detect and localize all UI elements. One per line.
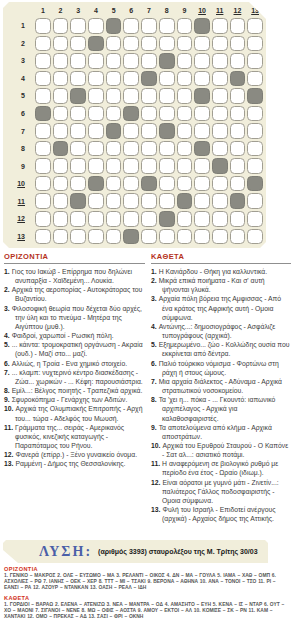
grid-cell[interactable] — [247, 53, 263, 69]
grid-cell[interactable] — [141, 211, 157, 227]
grid-cell[interactable] — [247, 193, 263, 209]
grid-cell[interactable] — [141, 36, 157, 52]
grid-cell[interactable] — [53, 229, 69, 245]
grid-cell[interactable] — [123, 123, 139, 139]
grid-cell[interactable] — [70, 123, 86, 139]
clue-text: Γράμματα της... σειράς - Αμερικανός φυσι… — [15, 424, 124, 449]
grid-cell[interactable] — [194, 123, 210, 139]
grid-cell[interactable] — [177, 106, 193, 122]
grid-cell[interactable] — [88, 211, 104, 227]
grid-cell[interactable] — [159, 158, 175, 174]
grid-cell[interactable] — [212, 229, 228, 245]
grid-cell[interactable] — [141, 106, 157, 122]
grid-cell[interactable] — [247, 141, 263, 157]
col-label: 6 — [122, 5, 140, 16]
grid-cell[interactable] — [230, 158, 246, 174]
grid-cell[interactable] — [53, 88, 69, 104]
clue-text: Αρχαία πόλη βόρεια της Αμφισσας - Από έν… — [159, 295, 281, 320]
row-labels: 12345678910111213 — [3, 17, 32, 245]
grid-cell[interactable] — [123, 211, 139, 227]
grid-cell[interactable] — [88, 18, 104, 34]
grid-cell[interactable] — [194, 229, 210, 245]
grid-cell-black — [159, 123, 175, 139]
grid-cell-black — [159, 53, 175, 69]
crossword-board-panel: 12345678910111213 12345678910111213 — [3, 2, 266, 248]
clue-number: 6. — [4, 360, 10, 367]
grid-cell[interactable] — [70, 176, 86, 192]
solution-down-text: 1. ΓΟΡΔΙΟΙ – ΒΑΡΑΩ 2. ΕΛΕΝΑ – ΑΤΕΝΙΖΩ 3.… — [4, 602, 290, 620]
col-label: 8 — [158, 5, 176, 16]
grid-cell[interactable] — [247, 71, 263, 87]
clue-text: Η Κανιάρδου - Θήκη για καλλυντικά. — [159, 268, 267, 275]
grid-cell[interactable] — [35, 53, 51, 69]
col-label: 5 — [105, 5, 123, 16]
clues-area: ΟΡΙΖΟΝΤΙΑ 1.Γιος του Ιακώβ - Επίρρημα πο… — [4, 252, 291, 523]
clue-number: 10. — [4, 405, 13, 412]
grid-cell[interactable] — [212, 176, 228, 192]
across-clue-2: 2.Αρχικά της αεροπορίας - Αυτοκράτορας τ… — [4, 285, 145, 303]
grid-cell[interactable] — [141, 18, 157, 34]
grid-cell[interactable] — [106, 106, 122, 122]
grid-cell[interactable] — [88, 158, 104, 174]
grid-cell[interactable] — [159, 18, 175, 34]
clue-text: Ραμμένη - Δήμος της Θεσσαλονίκης. — [15, 460, 125, 467]
down-clue-3: 3.Αρχαία πόλη βόρεια της Αμφισσας - Από … — [151, 294, 291, 321]
grid-cell[interactable] — [106, 88, 122, 104]
across-clue-1: 1.Γιος του Ιακώβ - Επίρρημα που δηλώνει … — [4, 267, 145, 285]
clue-number: 8. — [151, 396, 157, 403]
clue-number: 1. — [151, 268, 157, 275]
grid-cell-black — [177, 193, 193, 209]
grid-cell[interactable] — [88, 141, 104, 157]
clue-number: 9. — [4, 396, 10, 403]
clue-text: Εξημερωμένο... ζώο - Κολλώδης ουσία που … — [159, 341, 290, 357]
grid-cell[interactable] — [230, 141, 246, 157]
row-label: 4 — [3, 70, 32, 88]
clue-number: 9. — [151, 424, 157, 431]
grid-cell[interactable] — [230, 18, 246, 34]
across-header: ΟΡΙΖΟΝΤΙΑ — [4, 252, 145, 264]
grid-cell[interactable] — [123, 158, 139, 174]
grid-cell[interactable] — [177, 71, 193, 87]
grid-cell[interactable] — [159, 88, 175, 104]
grid-cell[interactable] — [123, 88, 139, 104]
down-clue-4: 4.Αντώνης...: δημοσιογράφος - Ασφάλιζε τ… — [151, 322, 291, 340]
clue-number: 5. — [4, 341, 10, 348]
clue-number: 11. — [151, 460, 160, 467]
grid-cell[interactable] — [247, 229, 263, 245]
clue-text: ... κλαμπ: νυχτερινό κέντρο διασκέδασης … — [12, 369, 143, 385]
grid-cell[interactable] — [230, 106, 246, 122]
grid-cell[interactable] — [35, 229, 51, 245]
solution-banner: ΛΥΣΗ: (αριθμός 3393) σταυρολέξου της Μ. … — [3, 540, 268, 563]
grid-cell[interactable] — [212, 106, 228, 122]
grid-cell[interactable] — [88, 229, 104, 245]
grid-cell-black — [123, 229, 139, 245]
grid-cell[interactable] — [177, 211, 193, 227]
down-section: ΚΑΘΕΤΑ 1.Η Κανιάρδου - Θήκη για καλλυντι… — [151, 252, 291, 523]
grid-cell[interactable] — [212, 88, 228, 104]
row-label: 3 — [3, 52, 32, 70]
grid-cell[interactable] — [194, 211, 210, 227]
grid-cell-black — [141, 176, 157, 192]
row-label: 9 — [3, 157, 32, 175]
clue-number: 4. — [4, 332, 10, 339]
row-label: 10 — [3, 175, 32, 193]
down-clue-1: 1.Η Κανιάρδου - Θήκη για καλλυντικά. — [151, 267, 291, 276]
grid-cell[interactable] — [35, 193, 51, 209]
solution-text-area: ΟΡΙΖΟΝΤΙΑ 1. ΓΕΝΙΚΟ – ΜΑΚΡΟΣ 2. ΟΛΕ – ΕΥ… — [4, 566, 290, 623]
down-clue-6: 6.Παλιό τούρκικο νόμισμα - Φορτώνω στη ρ… — [151, 359, 291, 377]
grid-cell[interactable] — [35, 36, 51, 52]
grid-cell[interactable] — [212, 53, 228, 69]
grid-cell[interactable] — [177, 18, 193, 34]
clue-text: Αρχικά της αεροπορίας - Αυτοκράτορας του… — [12, 286, 143, 302]
grid-cell-black — [70, 88, 86, 104]
across-clue-5: 5.... κάιντα: τρομοκρατική οργάνωση - Ακ… — [4, 340, 145, 358]
grid-cell[interactable] — [53, 193, 69, 209]
grid-cell-black — [141, 71, 157, 87]
col-label: 4 — [87, 5, 105, 16]
down-clue-11: 11.Η αναφερόμενη σε βιολογικό ρυθμό με π… — [151, 459, 291, 477]
col-label: 13 — [246, 5, 264, 16]
grid-cell[interactable] — [177, 123, 193, 139]
grid-cell[interactable] — [230, 36, 246, 52]
grid-cell[interactable] — [141, 193, 157, 209]
across-clue-12: 12.Φανερά (επίρρ.) - Ξένο γυναικείο όνομ… — [4, 450, 145, 459]
grid-cell[interactable] — [106, 158, 122, 174]
grid-cell[interactable] — [53, 123, 69, 139]
down-clue-13: 13.Φυλή του Ισραήλ - Επιδοτεί ανέργους (… — [151, 505, 291, 523]
clue-number: 1. — [4, 268, 10, 275]
grid-cell-black — [194, 88, 210, 104]
grid-cell[interactable] — [159, 193, 175, 209]
grid-cell[interactable] — [194, 176, 210, 192]
clue-number: 12. — [151, 479, 160, 486]
grid-cell-black — [123, 106, 139, 122]
grid-cell[interactable] — [123, 71, 139, 87]
grid-cell-black — [247, 88, 263, 104]
down-clue-10: 10.Αρχικά του Ερυθρού Σταυρού - Ο Καπόνε… — [151, 441, 291, 459]
clue-number: 5. — [151, 341, 157, 348]
clue-text: Μικρά επικά ποιήματα - Και σ' αυτή ψήνον… — [159, 277, 265, 293]
row-label: 6 — [3, 105, 32, 123]
grid-cell[interactable] — [53, 71, 69, 87]
grid-cell[interactable] — [35, 88, 51, 104]
grid-cell[interactable] — [88, 123, 104, 139]
clue-text: Αρχικά της Ολυμπιακής Επιτροπής - Αρχή τ… — [15, 405, 142, 421]
grid-cell[interactable] — [159, 141, 175, 157]
clue-number: 3. — [4, 305, 10, 312]
grid-cell[interactable] — [88, 71, 104, 87]
clue-text: Φαιδροί, χαρωποί - Ρωσική πόλη. — [12, 332, 114, 339]
grid-cell[interactable] — [230, 88, 246, 104]
clue-text: Αλλιώς, η Τροία - Ενα χημικό στοιχείο. — [12, 360, 127, 367]
grid-cell[interactable] — [177, 158, 193, 174]
grid-cell[interactable] — [123, 176, 139, 192]
grid-cell[interactable] — [159, 229, 175, 245]
solution-across-text: 1. ΓΕΝΙΚΟ – ΜΑΚΡΟΣ 2. ΟΛΕ – ΕΥΣΩΜΟ – ΜΑ … — [4, 573, 290, 591]
grid-cell[interactable] — [106, 53, 122, 69]
col-label: 2 — [52, 5, 70, 16]
grid-cell[interactable] — [247, 211, 263, 227]
row-label: 8 — [3, 140, 32, 158]
grid-cell[interactable] — [159, 176, 175, 192]
col-label: 1 — [34, 5, 52, 16]
row-label: 2 — [3, 35, 32, 53]
down-header: ΚΑΘΕΤΑ — [151, 252, 291, 264]
grid-cell-black — [194, 18, 210, 34]
grid-cell[interactable] — [194, 36, 210, 52]
clue-text: Σφυροκόπημα - Γενάρχης των Αδιτών. — [12, 396, 128, 403]
solution-title: ΛΥΣΗ: — [39, 544, 92, 560]
grid-cell-black — [212, 158, 228, 174]
across-clue-8: 8.Εμίλ...: Βέλγος ποιητής - Τραπεζικά αρ… — [4, 386, 145, 395]
grid-cell[interactable] — [159, 71, 175, 87]
grid-cell[interactable] — [88, 106, 104, 122]
crossword-grid — [34, 17, 264, 245]
grid-cell[interactable] — [53, 158, 69, 174]
solution-subtitle: (αριθμός 3393) σταυρολέξου της Μ. Τρίτης… — [98, 548, 258, 555]
across-clue-10: 10.Αρχικά της Ολυμπιακής Επιτροπής - Αρχ… — [4, 404, 145, 422]
col-label: 7 — [140, 5, 158, 16]
grid-cell[interactable] — [53, 36, 69, 52]
grid-cell[interactable] — [194, 158, 210, 174]
grid-cell[interactable] — [177, 88, 193, 104]
grid-cell[interactable] — [35, 71, 51, 87]
grid-cell[interactable] — [141, 158, 157, 174]
grid-cell[interactable] — [194, 71, 210, 87]
col-label: 3 — [69, 5, 87, 16]
grid-cell[interactable] — [212, 211, 228, 227]
grid-cell[interactable] — [141, 229, 157, 245]
grid-cell[interactable] — [230, 123, 246, 139]
grid-cell-black — [70, 193, 86, 209]
grid-cell[interactable] — [247, 158, 263, 174]
grid-cell[interactable] — [53, 106, 69, 122]
clue-text: Φυλή του Ισραήλ - Επιδοτεί ανέργους (αρχ… — [162, 506, 275, 522]
row-label: 12 — [3, 210, 32, 228]
grid-cell[interactable] — [141, 123, 157, 139]
grid-cell[interactable] — [177, 36, 193, 52]
clue-text: Η αναφερόμενη σε βιολογικό ρυθμό με περί… — [162, 460, 278, 476]
col-labels: 12345678910111213 — [34, 5, 264, 16]
grid-cell[interactable] — [106, 36, 122, 52]
clue-number: 13. — [4, 460, 13, 467]
grid-cell[interactable] — [88, 88, 104, 104]
grid-cell[interactable] — [106, 193, 122, 209]
grid-cell[interactable] — [212, 123, 228, 139]
solution-down-header: ΚΑΘΕΤΑ — [4, 595, 290, 601]
clue-text: Φιλοσοφική θεωρία που δέχεται δύο αρχές,… — [12, 305, 142, 330]
grid-cell[interactable] — [70, 158, 86, 174]
clue-text: Παλιό τούρκικο νόμισμα - Φορτώνω στη ράχ… — [159, 360, 279, 376]
grid-cell[interactable] — [212, 36, 228, 52]
clue-text: Φανερά (επίρρ.) - Ξένο γυναικείο όνομα. — [15, 451, 137, 458]
col-label: 12 — [229, 5, 247, 16]
grid-cell-black — [247, 176, 263, 192]
grid-cell[interactable] — [141, 88, 157, 104]
grid-cell[interactable] — [106, 71, 122, 87]
grid-cell-black — [159, 211, 175, 227]
grid-cell[interactable] — [212, 71, 228, 87]
grid-cell-black — [106, 18, 122, 34]
across-clue-6: 6.Αλλιώς, η Τροία - Ενα χημικό στοιχείο. — [4, 359, 145, 368]
clue-text: Τα αποτελούμενα από κλήμα - Αρχικά αποστ… — [159, 424, 272, 440]
clue-number: 3. — [151, 295, 157, 302]
clue-number: 7. — [4, 369, 10, 376]
clue-number: 11. — [4, 424, 13, 431]
solution-across-header: ΟΡΙΖΟΝΤΙΑ — [4, 566, 290, 572]
row-label: 13 — [3, 228, 32, 246]
grid-cell[interactable] — [177, 229, 193, 245]
grid-cell[interactable] — [53, 211, 69, 227]
grid-cell[interactable] — [70, 53, 86, 69]
grid-cell[interactable] — [247, 36, 263, 52]
clue-number: 2. — [4, 286, 10, 293]
row-label: 11 — [3, 192, 32, 210]
clue-number: 13. — [151, 506, 160, 513]
clue-text: Γιος του Ιακώβ - Επίρρημα που δηλώνει αν… — [12, 268, 132, 284]
grid-cell[interactable] — [106, 141, 122, 157]
grid-cell[interactable] — [53, 176, 69, 192]
grid-cell[interactable] — [212, 193, 228, 209]
clue-text: Αρχικά του Ερυθρού Σταυρού - Ο Καπόνε - … — [162, 442, 288, 458]
col-label: 9 — [176, 5, 194, 16]
grid-cell[interactable] — [106, 176, 122, 192]
grid-cell[interactable] — [35, 211, 51, 227]
clue-number: 2. — [151, 277, 157, 284]
grid-cell[interactable] — [70, 211, 86, 227]
grid-cell[interactable] — [53, 53, 69, 69]
grid-cell[interactable] — [53, 18, 69, 34]
grid-cell-black — [230, 71, 246, 87]
grid-cell[interactable] — [70, 18, 86, 34]
clue-number: 6. — [151, 360, 157, 367]
grid-cell-black — [53, 141, 69, 157]
grid-cell[interactable] — [141, 141, 157, 157]
grid-cell[interactable] — [212, 18, 228, 34]
row-label: 7 — [3, 122, 32, 140]
grid-cell[interactable] — [123, 18, 139, 34]
grid-cell[interactable] — [194, 106, 210, 122]
grid-cell[interactable] — [177, 53, 193, 69]
grid-cell[interactable] — [247, 18, 263, 34]
clue-number: 4. — [151, 323, 157, 330]
across-section: ΟΡΙΖΟΝΤΙΑ 1.Γιος του Ιακώβ - Επίρρημα πο… — [4, 252, 145, 523]
grid-cell[interactable] — [70, 71, 86, 87]
grid-cell-black — [88, 36, 104, 52]
down-clue-8: 8.Τα 'χει η... πόκα - ... Γκουντό: ιαπων… — [151, 395, 291, 422]
grid-cell[interactable] — [123, 53, 139, 69]
clue-text: ... κάιντα: τρομοκρατική οργάνωση - Ακρα… — [12, 341, 143, 357]
grid-cell[interactable] — [230, 53, 246, 69]
clue-text: Τα 'χει η... πόκα - ... Γκουντό: ιαπωνικ… — [159, 396, 276, 421]
down-clue-9: 9.Τα αποτελούμενα από κλήμα - Αρχικά απο… — [151, 423, 291, 441]
down-clue-7: 7.Μια αρχαία διάλεκτος - Αδύναμα - Αρχικ… — [151, 377, 291, 395]
grid-cell[interactable] — [247, 106, 263, 122]
across-clue-13: 13.Ραμμένη - Δήμος της Θεσσαλονίκης. — [4, 459, 145, 468]
grid-cell[interactable] — [123, 193, 139, 209]
grid-cell[interactable] — [230, 229, 246, 245]
grid-cell[interactable] — [70, 229, 86, 245]
clue-number: 8. — [4, 387, 10, 394]
grid-cell[interactable] — [177, 141, 193, 157]
col-label: 10 — [193, 5, 211, 16]
clue-text: Εμίλ...: Βέλγος ποιητής - Τραπεζικά αρχι… — [12, 387, 143, 394]
down-clue-12: 12.Είναι αόρατοι με γυμνό μάτι - Ζινετίν… — [151, 478, 291, 505]
grid-cell[interactable] — [212, 141, 228, 157]
grid-cell-black — [194, 141, 210, 157]
grid-cell[interactable] — [70, 36, 86, 52]
across-clue-7: 7.... κλαμπ: νυχτερινό κέντρο διασκέδαση… — [4, 368, 145, 386]
grid-cell[interactable] — [35, 158, 51, 174]
grid-cell[interactable] — [159, 36, 175, 52]
row-label: 5 — [3, 87, 32, 105]
grid-cell[interactable] — [106, 211, 122, 227]
clue-number: 7. — [151, 378, 157, 385]
grid-cell[interactable] — [35, 141, 51, 157]
grid-cell[interactable] — [247, 123, 263, 139]
grid-cell[interactable] — [35, 123, 51, 139]
across-clue-3: 3.Φιλοσοφική θεωρία που δέχεται δύο αρχέ… — [4, 304, 145, 331]
down-clue-5: 5.Εξημερωμένο... ζώο - Κολλώδης ουσία πο… — [151, 340, 291, 358]
grid-cell[interactable] — [194, 53, 210, 69]
grid-cell-black — [88, 176, 104, 192]
newspaper-crossword-page: 12345678910111213 12345678910111213 ΟΡΙΖ… — [0, 0, 292, 623]
across-clue-4: 4.Φαιδροί, χαρωποί - Ρωσική πόλη. — [4, 331, 145, 340]
grid-cell[interactable] — [123, 141, 139, 157]
grid-cell[interactable] — [106, 229, 122, 245]
grid-cell[interactable] — [159, 106, 175, 122]
grid-cell-black — [35, 106, 51, 122]
grid-cell[interactable] — [230, 176, 246, 192]
grid-cell[interactable] — [70, 106, 86, 122]
clue-text: Αντώνης...: δημοσιογράφος - Ασφάλιζε τυπ… — [159, 323, 276, 339]
row-label: 1 — [3, 17, 32, 35]
grid-cell[interactable] — [88, 53, 104, 69]
grid-cell[interactable] — [88, 193, 104, 209]
grid-cell[interactable] — [141, 53, 157, 69]
down-clue-2: 2.Μικρά επικά ποιήματα - Και σ' αυτή ψήν… — [151, 276, 291, 294]
grid-cell[interactable] — [123, 36, 139, 52]
grid-cell[interactable] — [230, 211, 246, 227]
across-clue-9: 9.Σφυροκόπημα - Γενάρχης των Αδιτών. — [4, 395, 145, 404]
clue-number: 12. — [4, 451, 13, 458]
grid-cell[interactable] — [35, 18, 51, 34]
across-clue-11: 11.Γράμματα της... σειράς - Αμερικανός φ… — [4, 423, 145, 450]
grid-cell[interactable] — [177, 176, 193, 192]
clue-number: 10. — [151, 442, 160, 449]
col-label: 11 — [211, 5, 229, 16]
grid-cell-black — [230, 193, 246, 209]
grid-cell[interactable] — [194, 193, 210, 209]
grid-cell-black — [106, 123, 122, 139]
grid-cell[interactable] — [70, 141, 86, 157]
clue-text: Μια αρχαία διάλεκτος - Αδύναμα - Αρχικά … — [159, 378, 282, 394]
grid-cell[interactable] — [35, 176, 51, 192]
clue-text: Είναι αόρατοι με γυμνό μάτι - Ζινετίν...… — [162, 479, 279, 504]
